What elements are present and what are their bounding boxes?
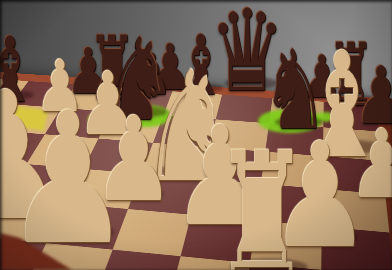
chess-3d-scene: ♛♟♝♟♟♟♜♝♜♟♞♟♞♟♝♞♟♟♟♟♟♟♜ [0, 0, 392, 270]
pieces-layer: ♛♟♝♟♟♟♜♝♜♟♞♟♞♟♝♞♟♟♟♟♟♟♜ [0, 0, 392, 270]
white-rook-piece[interactable]: ♜ [214, 130, 310, 270]
white-pawn-piece[interactable]: ♟ [4, 89, 131, 270]
